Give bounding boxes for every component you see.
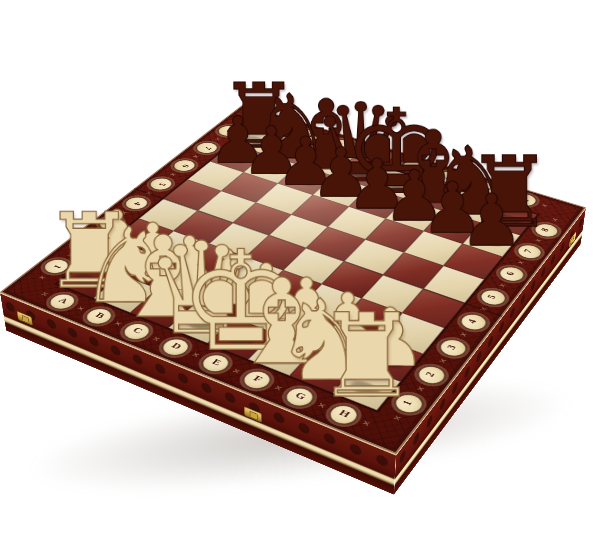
brass-clasp-right <box>569 231 577 248</box>
brass-clasp <box>244 406 262 423</box>
piece-white-rook-h1: ♜ <box>315 299 419 415</box>
brass-hinge <box>17 311 33 326</box>
chess-set-photo-scene: AABBCCDDEEFFGGHH1122334455667788✕✕✕✕✕✕✕✕… <box>0 0 600 533</box>
